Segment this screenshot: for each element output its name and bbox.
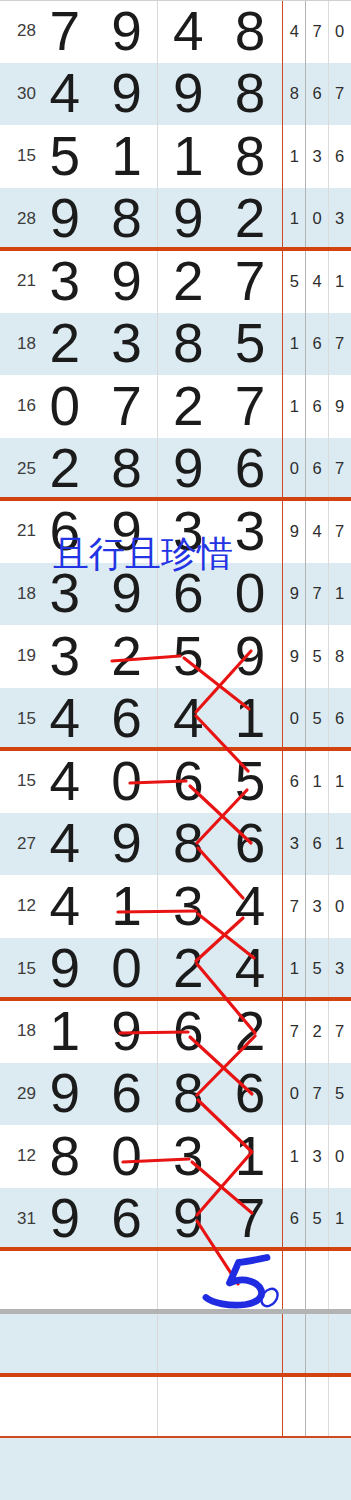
extra-digit: 5 <box>335 1084 344 1103</box>
chart-row: 287948470 <box>0 0 351 63</box>
extra-digit: 9 <box>290 647 299 666</box>
drawn-digit: 9 <box>173 441 204 496</box>
drawn-digit: 8 <box>173 1066 204 1121</box>
drawn-digit: 8 <box>235 66 266 121</box>
extra-digit: 6 <box>290 1209 299 1228</box>
extra-digits: 947 <box>283 500 351 563</box>
extra-digit: 4 <box>312 522 321 541</box>
drawn-digit: 4 <box>50 691 81 746</box>
extra-digit: 3 <box>335 209 344 228</box>
empty-row-blue-2 <box>0 1438 351 1500</box>
extra-digits: 067 <box>283 438 351 501</box>
drawn-digit: 8 <box>235 129 266 184</box>
chart-row: 274986361 <box>0 813 351 876</box>
drawn-digit: 3 <box>50 629 81 684</box>
drawn-digit: 0 <box>50 379 81 434</box>
drawn-digit: 9 <box>173 191 204 246</box>
top-hairline <box>0 0 351 1</box>
extra-digit: 1 <box>335 584 344 603</box>
drawn-digit: 1 <box>111 129 142 184</box>
extra-digits: 958 <box>283 625 351 688</box>
drawn-digit: 8 <box>235 4 266 59</box>
extra-digit: 5 <box>312 647 321 666</box>
extra-digit: 6 <box>312 397 321 416</box>
extra-digit: 3 <box>312 1147 321 1166</box>
drawn-digit: 9 <box>50 191 81 246</box>
rows: 2879484703049988671551181362898921032139… <box>0 0 351 1250</box>
extras-divider-1 <box>305 0 306 1436</box>
drawn-digit: 7 <box>235 254 266 309</box>
drawn-digit: 6 <box>111 1191 142 1246</box>
drawn-digit: 4 <box>50 816 81 871</box>
drawn-digit: 6 <box>111 1066 142 1121</box>
extra-digit: 2 <box>312 1022 321 1041</box>
drawn-digit: 9 <box>111 4 142 59</box>
extra-digits: 361 <box>283 813 351 876</box>
drawn-digit: 9 <box>50 1191 81 1246</box>
extra-digit: 3 <box>335 959 344 978</box>
drawn-digit: 7 <box>111 379 142 434</box>
extra-digit: 1 <box>312 772 321 791</box>
drawn-digit: 9 <box>111 816 142 871</box>
drawn-digit: 9 <box>111 66 142 121</box>
drawn-digit: 3 <box>111 316 142 371</box>
drawn-digit: 0 <box>111 1129 142 1184</box>
extra-digit: 6 <box>312 334 321 353</box>
drawn-digit: 8 <box>111 441 142 496</box>
extra-digits: 167 <box>283 313 351 376</box>
drawn-digit: 6 <box>173 1004 204 1059</box>
chart-row: 159024153 <box>0 938 351 1001</box>
drawn-digit: 2 <box>50 316 81 371</box>
extra-digits: 136 <box>283 125 351 188</box>
thin-red-rule <box>0 1436 351 1438</box>
drawn-digit: 7 <box>235 379 266 434</box>
extra-digit: 7 <box>312 1084 321 1103</box>
drawn-digit: 1 <box>235 1129 266 1184</box>
drawn-digit: 2 <box>50 441 81 496</box>
extra-digits: 971 <box>283 563 351 626</box>
extra-digit: 5 <box>290 272 299 291</box>
chart-row: 155118136 <box>0 125 351 188</box>
extra-digit: 5 <box>312 959 321 978</box>
extra-digit: 1 <box>290 959 299 978</box>
drawn-digit: 1 <box>50 1004 81 1059</box>
extra-digits: 169 <box>283 375 351 438</box>
drawn-digit: 9 <box>111 1004 142 1059</box>
drawn-digit: 4 <box>235 879 266 934</box>
extras-divider-2 <box>328 0 329 1436</box>
extra-digit: 0 <box>335 897 344 916</box>
chart-row: 304998867 <box>0 63 351 126</box>
chart-row: 182385167 <box>0 313 351 376</box>
drawn-digit: 3 <box>235 504 266 559</box>
drawn-digit: 6 <box>173 754 204 809</box>
extra-digit: 6 <box>335 147 344 166</box>
extra-digit: 1 <box>335 772 344 791</box>
extra-digit: 0 <box>312 209 321 228</box>
chart-row: 154641056 <box>0 688 351 751</box>
extra-digit: 9 <box>335 397 344 416</box>
extra-digits: 470 <box>283 0 351 63</box>
extra-digit: 9 <box>290 522 299 541</box>
drawn-digit: 5 <box>173 629 204 684</box>
drawn-digit: 8 <box>111 191 142 246</box>
drawn-digit: 0 <box>111 754 142 809</box>
extra-digit: 5 <box>312 1209 321 1228</box>
group-separator-5 <box>0 1247 351 1251</box>
extra-digits: 730 <box>283 875 351 938</box>
drawn-digit: 1 <box>173 129 204 184</box>
drawn-digit: 8 <box>173 816 204 871</box>
chart-row: 124134730 <box>0 875 351 938</box>
chart-row: 252896067 <box>0 438 351 501</box>
extra-digit: 4 <box>312 272 321 291</box>
extra-digit: 1 <box>290 334 299 353</box>
drawn-digit: 9 <box>173 66 204 121</box>
extra-digits: 651 <box>283 1188 351 1251</box>
extra-digit: 7 <box>290 1022 299 1041</box>
group-separator-1 <box>0 247 351 251</box>
chart-row: 128031130 <box>0 1125 351 1188</box>
gray-bar <box>0 1309 351 1315</box>
drawn-digit: 4 <box>235 941 266 996</box>
drawn-digit: 2 <box>173 254 204 309</box>
extra-digit: 3 <box>312 147 321 166</box>
extra-digits: 727 <box>283 1000 351 1063</box>
drawn-digit: 2 <box>173 941 204 996</box>
drawn-digit: 6 <box>235 816 266 871</box>
drawn-digit: 2 <box>173 379 204 434</box>
extra-digit: 0 <box>335 22 344 41</box>
drawn-digit: 3 <box>173 879 204 934</box>
extra-digit: 5 <box>312 709 321 728</box>
extra-digit: 6 <box>312 834 321 853</box>
drawn-digit: 1 <box>111 879 142 934</box>
extra-digit: 7 <box>335 522 344 541</box>
drawn-digit: 9 <box>173 1191 204 1246</box>
drawn-digit: 4 <box>173 691 204 746</box>
extra-digit: 8 <box>335 647 344 666</box>
drawn-digit: 9 <box>235 629 266 684</box>
chart-row: 289892103 <box>0 188 351 251</box>
group-separator-2 <box>0 497 351 501</box>
extra-digit: 3 <box>312 897 321 916</box>
extra-digit: 1 <box>335 1209 344 1228</box>
extra-digit: 7 <box>312 584 321 603</box>
extra-digit: 1 <box>290 147 299 166</box>
extra-digit: 0 <box>335 1147 344 1166</box>
drawn-digit: 5 <box>50 129 81 184</box>
extra-digit: 6 <box>335 709 344 728</box>
extra-digits: 130 <box>283 1125 351 1188</box>
drawn-digit: 6 <box>111 691 142 746</box>
extra-digit: 1 <box>335 834 344 853</box>
extra-digit: 7 <box>312 22 321 41</box>
drawn-digit: 4 <box>50 66 81 121</box>
extra-digit: 1 <box>290 397 299 416</box>
drawn-digit: 8 <box>50 1129 81 1184</box>
extra-digit: 7 <box>335 84 344 103</box>
drawn-digit: 8 <box>173 316 204 371</box>
chart-row: 181962727 <box>0 1000 351 1063</box>
extra-digit: 7 <box>335 459 344 478</box>
extra-digit: 0 <box>290 1084 299 1103</box>
extra-digit: 6 <box>312 84 321 103</box>
drawn-digit: 0 <box>111 941 142 996</box>
extra-digits: 611 <box>283 750 351 813</box>
group-separator-3 <box>0 747 351 751</box>
extra-digit: 1 <box>290 209 299 228</box>
trend-chart: 2879484703049988671551181362898921032139… <box>0 0 351 1500</box>
drawn-digit: 4 <box>173 4 204 59</box>
chart-row: 193259958 <box>0 625 351 688</box>
drawn-digit: 2 <box>111 629 142 684</box>
extra-digit: 7 <box>335 1022 344 1041</box>
extra-digit: 1 <box>290 1147 299 1166</box>
chart-row: 213927541 <box>0 250 351 313</box>
group-separator-4 <box>0 997 351 1001</box>
extra-digit: 0 <box>290 459 299 478</box>
extra-digits: 867 <box>283 63 351 126</box>
extra-digit: 6 <box>312 459 321 478</box>
drawn-digit: 9 <box>111 254 142 309</box>
drawn-digit: 2 <box>235 191 266 246</box>
extra-digits: 103 <box>283 188 351 251</box>
extra-digits: 056 <box>283 688 351 751</box>
column-divider-mid <box>157 0 158 1436</box>
chart-row: 160727169 <box>0 375 351 438</box>
prediction-row <box>0 1250 351 1309</box>
extra-digit: 1 <box>335 272 344 291</box>
drawn-digit: 7 <box>50 4 81 59</box>
chart-row: 319697651 <box>0 1188 351 1251</box>
drawn-digit: 2 <box>235 1004 266 1059</box>
extra-digit: 3 <box>290 834 299 853</box>
drawn-digit: 9 <box>50 941 81 996</box>
drawn-digit: 3 <box>173 1129 204 1184</box>
drawn-digit: 5 <box>235 316 266 371</box>
empty-row-blue-1 <box>0 1314 351 1373</box>
extra-digit: 6 <box>290 772 299 791</box>
drawn-digit: 1 <box>235 691 266 746</box>
extra-digits: 075 <box>283 1063 351 1126</box>
extra-digit: 7 <box>335 334 344 353</box>
extra-digit: 0 <box>290 709 299 728</box>
chart-row: 154065611 <box>0 750 351 813</box>
orange-column-line <box>282 0 284 1436</box>
extra-digits: 153 <box>283 938 351 1001</box>
extra-digit: 9 <box>290 584 299 603</box>
drawn-digit: 7 <box>235 1191 266 1246</box>
drawn-digit: 5 <box>235 754 266 809</box>
extra-digit: 7 <box>290 897 299 916</box>
drawn-digit: 4 <box>50 879 81 934</box>
watermark-text: 且行且珍惜 <box>53 530 233 579</box>
drawn-digit: 0 <box>235 566 266 621</box>
group-separator-6 <box>0 1373 351 1377</box>
empty-row-white <box>0 1377 351 1436</box>
drawn-digit: 9 <box>50 1066 81 1121</box>
drawn-digit: 6 <box>235 1066 266 1121</box>
drawn-digit: 3 <box>50 254 81 309</box>
drawn-digit: 4 <box>50 754 81 809</box>
chart-row: 299686075 <box>0 1063 351 1126</box>
extra-digit: 4 <box>290 22 299 41</box>
drawn-digit: 6 <box>235 441 266 496</box>
extra-digits: 541 <box>283 250 351 313</box>
extra-digit: 8 <box>290 84 299 103</box>
